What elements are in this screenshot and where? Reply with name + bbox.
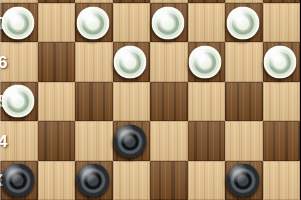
square-h4[interactable] (263, 121, 301, 160)
square-h3 (263, 161, 301, 200)
square-c6 (75, 42, 113, 81)
white-checker-e7[interactable] (151, 6, 184, 39)
square-d4[interactable] (113, 121, 151, 160)
square-a6: 6 (0, 42, 38, 81)
square-c4 (75, 121, 113, 160)
white-checker-d6[interactable] (114, 46, 147, 79)
square-c7[interactable] (75, 3, 113, 42)
square-a7[interactable]: 7 (0, 3, 38, 42)
square-g4 (225, 121, 263, 160)
square-e5[interactable] (150, 82, 188, 121)
white-checker-c7[interactable] (76, 6, 109, 39)
square-d3 (113, 161, 151, 200)
black-checker-c3[interactable] (76, 164, 109, 197)
square-c5[interactable] (75, 82, 113, 121)
square-b7 (38, 3, 76, 42)
square-f7 (188, 3, 226, 42)
square-b6[interactable] (38, 42, 76, 81)
white-checker-g7[interactable] (226, 6, 259, 39)
white-checker-a7[interactable] (1, 6, 34, 39)
square-d5 (113, 82, 151, 121)
square-g6 (225, 42, 263, 81)
square-e3[interactable] (150, 161, 188, 200)
white-checker-a5[interactable] (1, 85, 34, 118)
black-checker-d4[interactable] (114, 124, 147, 157)
rank-label-4: 4 (0, 132, 7, 149)
square-a5[interactable]: 5 (0, 82, 38, 121)
square-h5 (263, 82, 301, 121)
square-d6[interactable] (113, 42, 151, 81)
checkers-board: 76543 (0, 0, 300, 200)
square-a4: 4 (0, 121, 38, 160)
square-d7 (113, 3, 151, 42)
square-h6[interactable] (263, 42, 301, 81)
square-b3 (38, 161, 76, 200)
square-e6 (150, 42, 188, 81)
square-f4[interactable] (188, 121, 226, 160)
square-g7[interactable] (225, 3, 263, 42)
square-e4 (150, 121, 188, 160)
checkers-game-view: 76543 (0, 0, 300, 200)
square-a3[interactable]: 3 (0, 161, 38, 200)
square-g3[interactable] (225, 161, 263, 200)
square-h7 (263, 3, 301, 42)
square-e7[interactable] (150, 3, 188, 42)
square-b4[interactable] (38, 121, 76, 160)
black-checker-a3[interactable] (1, 164, 34, 197)
rank-label-6: 6 (0, 54, 7, 71)
square-b5 (38, 82, 76, 121)
square-g5[interactable] (225, 82, 263, 121)
left-edge-highlight (0, 0, 1, 200)
square-c3[interactable] (75, 161, 113, 200)
square-f3 (188, 161, 226, 200)
black-checker-g3[interactable] (226, 164, 259, 197)
white-checker-h6[interactable] (264, 46, 297, 79)
square-f5 (188, 82, 226, 121)
white-checker-f6[interactable] (189, 46, 222, 79)
square-f6[interactable] (188, 42, 226, 81)
